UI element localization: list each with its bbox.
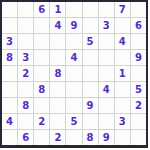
cell-r8c3[interactable]: 2 xyxy=(34,114,49,129)
cell-r6c8[interactable] xyxy=(115,82,130,97)
cell-r2c7[interactable]: 3 xyxy=(99,18,114,33)
cell-r5c9[interactable] xyxy=(131,66,146,81)
cell-r7c9[interactable]: 2 xyxy=(131,98,146,113)
cell-r1c4[interactable]: 1 xyxy=(50,2,65,17)
cell-r3c4[interactable] xyxy=(50,34,65,49)
cell-r6c7[interactable]: 4 xyxy=(99,82,114,97)
cell-r9c7[interactable]: 9 xyxy=(99,130,114,145)
cell-r5c3[interactable] xyxy=(34,66,49,81)
cell-r4c2[interactable]: 3 xyxy=(18,50,33,65)
cell-r9c1[interactable] xyxy=(2,130,17,145)
cell-r5c1[interactable] xyxy=(2,66,17,81)
cell-r9c2[interactable]: 6 xyxy=(18,130,33,145)
cell-r9c5[interactable] xyxy=(66,130,81,145)
cell-r6c1[interactable] xyxy=(2,82,17,97)
cell-r9c3[interactable] xyxy=(34,130,49,145)
cell-r4c9[interactable]: 9 xyxy=(131,50,146,65)
cell-r6c3[interactable]: 8 xyxy=(34,82,49,97)
cell-r7c8[interactable] xyxy=(115,98,130,113)
cell-r1c8[interactable]: 7 xyxy=(115,2,130,17)
cell-r7c5[interactable] xyxy=(66,98,81,113)
cell-r9c4[interactable]: 2 xyxy=(50,130,65,145)
cell-r2c8[interactable] xyxy=(115,18,130,33)
cell-r1c1[interactable] xyxy=(2,2,17,17)
cell-r2c9[interactable]: 6 xyxy=(131,18,146,33)
cell-r3c3[interactable] xyxy=(34,34,49,49)
cell-r5c4[interactable]: 8 xyxy=(50,66,65,81)
cell-r3c8[interactable]: 4 xyxy=(115,34,130,49)
cell-r2c5[interactable]: 9 xyxy=(66,18,81,33)
cell-r4c7[interactable] xyxy=(99,50,114,65)
cell-r1c5[interactable] xyxy=(66,2,81,17)
cell-r6c9[interactable]: 5 xyxy=(131,82,146,97)
cell-r7c6[interactable]: 9 xyxy=(83,98,98,113)
cell-r4c8[interactable] xyxy=(115,50,130,65)
cell-r5c5[interactable] xyxy=(66,66,81,81)
sudoku-board: 6174936354834928184589242536289 xyxy=(0,0,148,148)
cell-r2c3[interactable] xyxy=(34,18,49,33)
cell-r6c6[interactable] xyxy=(83,82,98,97)
cell-r2c4[interactable]: 4 xyxy=(50,18,65,33)
cell-r7c3[interactable] xyxy=(34,98,49,113)
cell-r1c6[interactable] xyxy=(83,2,98,17)
cell-r4c6[interactable] xyxy=(83,50,98,65)
cell-r9c9[interactable] xyxy=(131,130,146,145)
cell-r6c4[interactable] xyxy=(50,82,65,97)
cell-r1c9[interactable] xyxy=(131,2,146,17)
cell-r3c5[interactable] xyxy=(66,34,81,49)
cell-r4c1[interactable]: 8 xyxy=(2,50,17,65)
cell-r1c3[interactable]: 6 xyxy=(34,2,49,17)
cell-r8c1[interactable]: 4 xyxy=(2,114,17,129)
cell-r5c7[interactable] xyxy=(99,66,114,81)
cell-r3c9[interactable] xyxy=(131,34,146,49)
cell-r6c2[interactable] xyxy=(18,82,33,97)
cell-r8c9[interactable] xyxy=(131,114,146,129)
cell-r4c4[interactable] xyxy=(50,50,65,65)
cell-r2c2[interactable] xyxy=(18,18,33,33)
cell-r3c7[interactable] xyxy=(99,34,114,49)
cell-r3c1[interactable]: 3 xyxy=(2,34,17,49)
cell-r8c8[interactable]: 3 xyxy=(115,114,130,129)
cell-r2c1[interactable] xyxy=(2,18,17,33)
cell-r7c7[interactable] xyxy=(99,98,114,113)
cell-r8c5[interactable]: 5 xyxy=(66,114,81,129)
cell-r8c2[interactable] xyxy=(18,114,33,129)
cell-r1c2[interactable] xyxy=(18,2,33,17)
cell-r6c5[interactable] xyxy=(66,82,81,97)
cell-r1c7[interactable] xyxy=(99,2,114,17)
cell-r5c2[interactable]: 2 xyxy=(18,66,33,81)
cell-r2c6[interactable] xyxy=(83,18,98,33)
cell-r8c4[interactable] xyxy=(50,114,65,129)
cell-r3c6[interactable]: 5 xyxy=(83,34,98,49)
cell-r3c2[interactable] xyxy=(18,34,33,49)
cell-r7c1[interactable] xyxy=(2,98,17,113)
cell-r5c8[interactable]: 1 xyxy=(115,66,130,81)
cell-r5c6[interactable] xyxy=(83,66,98,81)
cell-r4c5[interactable]: 4 xyxy=(66,50,81,65)
cell-r4c3[interactable] xyxy=(34,50,49,65)
cell-r9c6[interactable]: 8 xyxy=(83,130,98,145)
cell-r7c4[interactable] xyxy=(50,98,65,113)
cell-r8c7[interactable] xyxy=(99,114,114,129)
cell-r7c2[interactable]: 8 xyxy=(18,98,33,113)
cell-r8c6[interactable] xyxy=(83,114,98,129)
cell-r9c8[interactable] xyxy=(115,130,130,145)
